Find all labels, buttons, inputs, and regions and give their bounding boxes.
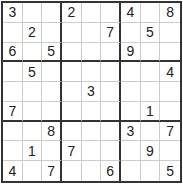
- cell-r4c9-given[interactable]: 4: [160, 62, 180, 82]
- cell-r3c3-given[interactable]: 5: [42, 43, 62, 63]
- cell-r1c5-empty[interactable]: [82, 3, 102, 23]
- cell-r5c2-empty[interactable]: [23, 82, 43, 102]
- cell-r1c1-given[interactable]: 3: [3, 3, 23, 23]
- cell-r6c8-given[interactable]: 1: [141, 102, 161, 122]
- cell-r7c8-empty[interactable]: [141, 122, 161, 142]
- cell-r2c3-empty[interactable]: [42, 23, 62, 43]
- cell-r3c5-empty[interactable]: [82, 43, 102, 63]
- cell-r5c4-empty[interactable]: [62, 82, 82, 102]
- cell-r9c5-empty[interactable]: [82, 161, 102, 181]
- cell-r3c6-empty[interactable]: [101, 43, 121, 63]
- cell-r9c2-empty[interactable]: [23, 161, 43, 181]
- cell-r1c4-given[interactable]: 2: [62, 3, 82, 23]
- cell-r2c6-given[interactable]: 7: [101, 23, 121, 43]
- cell-r4c2-given[interactable]: 5: [23, 62, 43, 82]
- cell-r2c5-empty[interactable]: [82, 23, 102, 43]
- cell-r8c1-empty[interactable]: [3, 141, 23, 161]
- cell-r8c4-given[interactable]: 7: [62, 141, 82, 161]
- cell-r5c1-empty[interactable]: [3, 82, 23, 102]
- cell-r4c1-empty[interactable]: [3, 62, 23, 82]
- cell-r1c7-given[interactable]: 4: [121, 3, 141, 23]
- cell-r8c9-empty[interactable]: [160, 141, 180, 161]
- cell-r5c7-empty[interactable]: [121, 82, 141, 102]
- cell-r5c9-empty[interactable]: [160, 82, 180, 102]
- cell-r1c8-empty[interactable]: [141, 3, 161, 23]
- cell-r8c8-given[interactable]: 9: [141, 141, 161, 161]
- cell-r2c4-empty[interactable]: [62, 23, 82, 43]
- cell-r1c2-empty[interactable]: [23, 3, 43, 23]
- cell-r1c9-given[interactable]: 8: [160, 3, 180, 23]
- cell-r5c6-empty[interactable]: [101, 82, 121, 102]
- cell-r6c2-empty[interactable]: [23, 102, 43, 122]
- cell-r8c6-empty[interactable]: [101, 141, 121, 161]
- cell-r7c1-empty[interactable]: [3, 122, 23, 142]
- cell-r6c1-given[interactable]: 7: [3, 102, 23, 122]
- cell-r3c9-empty[interactable]: [160, 43, 180, 63]
- cell-r2c8-given[interactable]: 5: [141, 23, 161, 43]
- cell-r6c6-empty[interactable]: [101, 102, 121, 122]
- cell-r7c7-given[interactable]: 3: [121, 122, 141, 142]
- cell-r8c5-empty[interactable]: [82, 141, 102, 161]
- cell-r5c5-given[interactable]: 3: [82, 82, 102, 102]
- cell-r3c4-empty[interactable]: [62, 43, 82, 63]
- cell-r9c3-given[interactable]: 7: [42, 161, 62, 181]
- cell-r2c7-empty[interactable]: [121, 23, 141, 43]
- cell-r2c9-empty[interactable]: [160, 23, 180, 43]
- cell-r9c7-empty[interactable]: [121, 161, 141, 181]
- cell-r9c9-given[interactable]: 5: [160, 161, 180, 181]
- cell-r2c2-given[interactable]: 2: [23, 23, 43, 43]
- cell-r3c8-empty[interactable]: [141, 43, 161, 63]
- cell-r4c7-empty[interactable]: [121, 62, 141, 82]
- cell-r5c3-empty[interactable]: [42, 82, 62, 102]
- cell-r6c5-empty[interactable]: [82, 102, 102, 122]
- cell-r3c7-given[interactable]: 9: [121, 43, 141, 63]
- cell-r9c8-empty[interactable]: [141, 161, 161, 181]
- cell-r8c2-given[interactable]: 1: [23, 141, 43, 161]
- cell-r6c9-empty[interactable]: [160, 102, 180, 122]
- cell-r7c3-given[interactable]: 8: [42, 122, 62, 142]
- cell-r1c3-empty[interactable]: [42, 3, 62, 23]
- cell-r7c4-empty[interactable]: [62, 122, 82, 142]
- sudoku-board: 3248275659543718371794765: [1, 1, 182, 183]
- cell-r4c4-empty[interactable]: [62, 62, 82, 82]
- cell-r4c5-empty[interactable]: [82, 62, 102, 82]
- cell-r3c1-given[interactable]: 6: [3, 43, 23, 63]
- cell-r7c9-given[interactable]: 7: [160, 122, 180, 142]
- cell-r7c6-empty[interactable]: [101, 122, 121, 142]
- cell-r9c6-given[interactable]: 6: [101, 161, 121, 181]
- cell-r5c8-empty[interactable]: [141, 82, 161, 102]
- cell-r7c5-empty[interactable]: [82, 122, 102, 142]
- cell-r6c3-empty[interactable]: [42, 102, 62, 122]
- cell-r1c6-empty[interactable]: [101, 3, 121, 23]
- cell-r8c7-empty[interactable]: [121, 141, 141, 161]
- cell-r6c7-empty[interactable]: [121, 102, 141, 122]
- cell-r4c6-empty[interactable]: [101, 62, 121, 82]
- cell-r4c8-empty[interactable]: [141, 62, 161, 82]
- cell-r9c1-given[interactable]: 4: [3, 161, 23, 181]
- cell-r8c3-empty[interactable]: [42, 141, 62, 161]
- cell-r2c1-empty[interactable]: [3, 23, 23, 43]
- cell-r9c4-empty[interactable]: [62, 161, 82, 181]
- cell-r4c3-empty[interactable]: [42, 62, 62, 82]
- cell-r7c2-empty[interactable]: [23, 122, 43, 142]
- cell-r3c2-empty[interactable]: [23, 43, 43, 63]
- cell-r6c4-empty[interactable]: [62, 102, 82, 122]
